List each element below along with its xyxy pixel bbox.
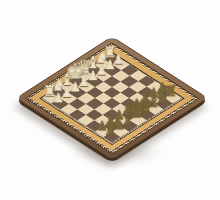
product-photo-scene: ♜♟♟♜♞♟♟♞♝♟♟♝♛♟♟♛♚♟♟♚♝♟♟♝♞♟♟♞♜♟♟♜ [0,0,220,200]
piece-black-rook-h8: ♜ [99,123,121,138]
cell-g4 [77,104,94,115]
piece-white-pawn-h2: ♟ [47,92,69,105]
